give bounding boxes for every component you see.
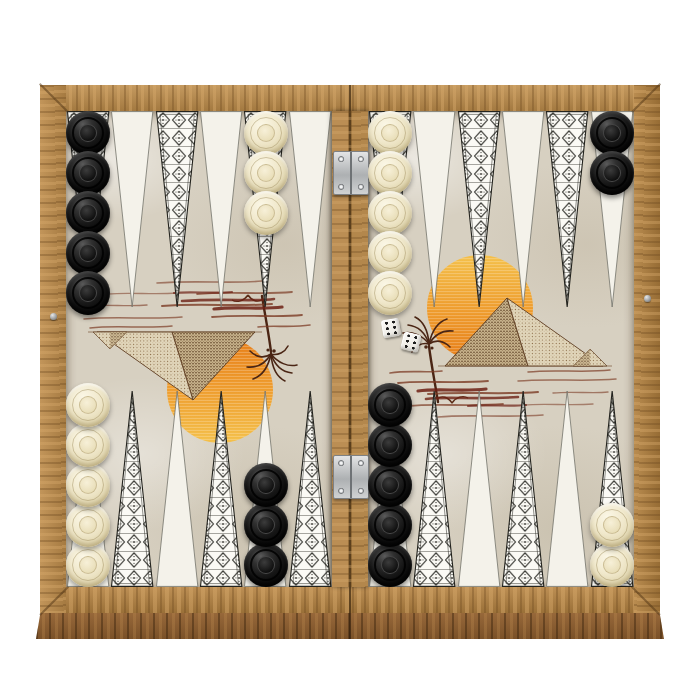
checker-ivory[interactable] xyxy=(590,543,634,587)
checker-ivory[interactable] xyxy=(368,271,412,315)
point-b3[interactable] xyxy=(155,389,199,587)
checker-black[interactable] xyxy=(66,191,110,235)
point-t8[interactable] xyxy=(412,111,456,309)
hinge-top xyxy=(333,151,369,195)
checker-ivory[interactable] xyxy=(244,191,288,235)
checker-ivory[interactable] xyxy=(368,191,412,235)
checker-ivory[interactable] xyxy=(66,463,110,507)
point-t9[interactable] xyxy=(457,111,501,309)
checker-ivory[interactable] xyxy=(66,543,110,587)
hinge-bottom xyxy=(333,455,369,499)
point-b4[interactable] xyxy=(199,389,243,587)
checker-black[interactable] xyxy=(66,151,110,195)
checker-ivory[interactable] xyxy=(368,231,412,275)
checker-ivory[interactable] xyxy=(368,151,412,195)
checker-black[interactable] xyxy=(244,543,288,587)
checker-black[interactable] xyxy=(368,463,412,507)
point-b8[interactable] xyxy=(412,389,456,587)
board-half-right xyxy=(368,111,634,587)
frame-rail-right xyxy=(634,85,660,613)
point-t6[interactable] xyxy=(288,111,332,309)
fold-seam-bottom xyxy=(349,587,351,613)
checker-black[interactable] xyxy=(244,503,288,547)
point-b10[interactable] xyxy=(501,389,545,587)
checker-black[interactable] xyxy=(590,111,634,155)
checker-black[interactable] xyxy=(368,383,412,427)
checker-ivory[interactable] xyxy=(66,423,110,467)
checker-ivory[interactable] xyxy=(244,111,288,155)
fold-seam-top xyxy=(349,85,351,111)
frame-front-face xyxy=(36,613,664,639)
checker-black[interactable] xyxy=(590,151,634,195)
backgammon-board xyxy=(40,85,660,613)
checker-black[interactable] xyxy=(66,271,110,315)
point-t2[interactable] xyxy=(110,111,154,309)
checker-black[interactable] xyxy=(244,463,288,507)
point-t10[interactable] xyxy=(501,111,545,309)
checker-ivory[interactable] xyxy=(66,503,110,547)
frame-rail-left xyxy=(40,85,66,613)
center-bar xyxy=(332,111,368,587)
point-b9[interactable] xyxy=(457,389,501,587)
point-t4[interactable] xyxy=(199,111,243,309)
side-screw-left xyxy=(50,313,57,320)
checker-black[interactable] xyxy=(66,231,110,275)
checker-black[interactable] xyxy=(66,111,110,155)
checker-ivory[interactable] xyxy=(66,383,110,427)
die-1[interactable] xyxy=(381,318,402,339)
checker-black[interactable] xyxy=(368,503,412,547)
checker-black[interactable] xyxy=(368,543,412,587)
checker-black[interactable] xyxy=(368,423,412,467)
checker-ivory[interactable] xyxy=(368,111,412,155)
board-half-left xyxy=(66,111,332,587)
point-b2[interactable] xyxy=(110,389,154,587)
point-t3[interactable] xyxy=(155,111,199,309)
backgammon-scene xyxy=(0,0,700,700)
checker-ivory[interactable] xyxy=(590,503,634,547)
point-t11[interactable] xyxy=(545,111,589,309)
checker-ivory[interactable] xyxy=(244,151,288,195)
point-b6[interactable] xyxy=(288,389,332,587)
side-screw-right xyxy=(644,295,651,302)
point-b11[interactable] xyxy=(545,389,589,587)
